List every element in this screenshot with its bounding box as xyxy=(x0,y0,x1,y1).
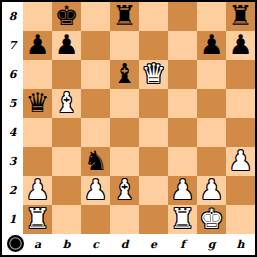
square-f3[interactable] xyxy=(168,147,197,176)
square-g8[interactable] xyxy=(197,2,226,31)
square-f1[interactable]: ♜ xyxy=(168,205,197,234)
file-label-d: d xyxy=(110,234,139,255)
black-queen[interactable]: ♛ xyxy=(25,89,49,117)
square-c3[interactable]: ♞ xyxy=(81,147,110,176)
file-label-e: e xyxy=(139,234,168,255)
square-b2[interactable] xyxy=(52,176,81,205)
square-a3[interactable] xyxy=(23,147,52,176)
black-knight[interactable]: ♞ xyxy=(83,147,107,175)
square-b5[interactable]: ♝ xyxy=(52,89,81,118)
square-a1[interactable]: ♜ xyxy=(23,205,52,234)
square-d8[interactable]: ♜ xyxy=(110,2,139,31)
square-e2[interactable] xyxy=(139,176,168,205)
rank-label-6: 6 xyxy=(2,60,23,89)
square-h8[interactable]: ♜ xyxy=(226,2,255,31)
square-f6[interactable] xyxy=(168,60,197,89)
square-d4[interactable] xyxy=(110,118,139,147)
black-king[interactable]: ♚ xyxy=(54,2,78,30)
square-d5[interactable] xyxy=(110,89,139,118)
rank-label-8: 8 xyxy=(2,2,23,31)
square-d1[interactable] xyxy=(110,205,139,234)
black-to-move-indicator xyxy=(7,235,24,252)
square-a8[interactable] xyxy=(23,2,52,31)
white-bishop[interactable]: ♝ xyxy=(112,176,136,204)
square-d2[interactable]: ♝ xyxy=(110,176,139,205)
black-rook[interactable]: ♜ xyxy=(112,2,136,30)
rank-label-5: 5 xyxy=(2,89,23,118)
white-pawn[interactable]: ♟ xyxy=(83,176,107,204)
square-a7[interactable]: ♟ xyxy=(23,31,52,60)
square-c6[interactable] xyxy=(81,60,110,89)
square-g4[interactable] xyxy=(197,118,226,147)
square-g7[interactable]: ♟ xyxy=(197,31,226,60)
chess-diagram: 87654321 ♚♜♜♟♟♟♟♝♛♛♝♞♟♟♟♝♟♟♜♜♚ abcdefgh xyxy=(0,0,257,257)
black-bishop[interactable]: ♝ xyxy=(112,60,136,88)
square-f5[interactable] xyxy=(168,89,197,118)
square-h7[interactable]: ♟ xyxy=(226,31,255,60)
square-b4[interactable] xyxy=(52,118,81,147)
square-f2[interactable]: ♟ xyxy=(168,176,197,205)
square-g5[interactable] xyxy=(197,89,226,118)
black-pawn[interactable]: ♟ xyxy=(199,31,223,59)
rank-label-7: 7 xyxy=(2,31,23,60)
square-g6[interactable] xyxy=(197,60,226,89)
file-label-a: a xyxy=(23,234,52,255)
square-e5[interactable] xyxy=(139,89,168,118)
square-e3[interactable] xyxy=(139,147,168,176)
rank-labels: 87654321 xyxy=(2,2,23,234)
square-h1[interactable] xyxy=(226,205,255,234)
square-b8[interactable]: ♚ xyxy=(52,2,81,31)
square-b1[interactable] xyxy=(52,205,81,234)
rank-label-1: 1 xyxy=(2,205,23,234)
square-f7[interactable] xyxy=(168,31,197,60)
square-b7[interactable]: ♟ xyxy=(52,31,81,60)
square-c4[interactable] xyxy=(81,118,110,147)
black-pawn[interactable]: ♟ xyxy=(228,31,252,59)
square-e7[interactable] xyxy=(139,31,168,60)
square-c8[interactable] xyxy=(81,2,110,31)
white-pawn[interactable]: ♟ xyxy=(25,176,49,204)
square-h3[interactable]: ♟ xyxy=(226,147,255,176)
square-g2[interactable]: ♟ xyxy=(197,176,226,205)
white-pawn[interactable]: ♟ xyxy=(228,147,252,175)
file-labels: abcdefgh xyxy=(23,234,255,255)
black-pawn[interactable]: ♟ xyxy=(25,31,49,59)
file-label-f: f xyxy=(168,234,197,255)
white-queen[interactable]: ♛ xyxy=(141,60,165,88)
square-d7[interactable] xyxy=(110,31,139,60)
square-e6[interactable]: ♛ xyxy=(139,60,168,89)
file-label-g: g xyxy=(197,234,226,255)
square-d6[interactable]: ♝ xyxy=(110,60,139,89)
rank-label-3: 3 xyxy=(2,147,23,176)
square-e8[interactable] xyxy=(139,2,168,31)
square-b3[interactable] xyxy=(52,147,81,176)
square-a4[interactable] xyxy=(23,118,52,147)
square-h5[interactable] xyxy=(226,89,255,118)
square-e1[interactable] xyxy=(139,205,168,234)
square-h6[interactable] xyxy=(226,60,255,89)
square-c7[interactable] xyxy=(81,31,110,60)
file-label-c: c xyxy=(81,234,110,255)
square-f8[interactable] xyxy=(168,2,197,31)
square-a6[interactable] xyxy=(23,60,52,89)
white-rook[interactable]: ♜ xyxy=(25,205,49,233)
square-a5[interactable]: ♛ xyxy=(23,89,52,118)
square-g1[interactable]: ♚ xyxy=(197,205,226,234)
square-c1[interactable] xyxy=(81,205,110,234)
white-king[interactable]: ♚ xyxy=(199,205,223,233)
square-c2[interactable]: ♟ xyxy=(81,176,110,205)
square-d3[interactable] xyxy=(110,147,139,176)
square-f4[interactable] xyxy=(168,118,197,147)
square-a2[interactable]: ♟ xyxy=(23,176,52,205)
square-h2[interactable] xyxy=(226,176,255,205)
white-pawn[interactable]: ♟ xyxy=(199,176,223,204)
file-label-h: h xyxy=(226,234,255,255)
rank-label-2: 2 xyxy=(2,176,23,205)
chess-board: ♚♜♜♟♟♟♟♝♛♛♝♞♟♟♟♝♟♟♜♜♚ xyxy=(23,2,255,234)
black-pawn[interactable]: ♟ xyxy=(54,31,78,59)
square-g3[interactable] xyxy=(197,147,226,176)
white-pawn[interactable]: ♟ xyxy=(170,176,194,204)
rank-label-4: 4 xyxy=(2,118,23,147)
white-bishop[interactable]: ♝ xyxy=(54,89,78,117)
black-rook[interactable]: ♜ xyxy=(228,2,252,30)
white-rook[interactable]: ♜ xyxy=(170,205,194,233)
square-h4[interactable] xyxy=(226,118,255,147)
square-b6[interactable] xyxy=(52,60,81,89)
square-c5[interactable] xyxy=(81,89,110,118)
square-e4[interactable] xyxy=(139,118,168,147)
file-label-b: b xyxy=(52,234,81,255)
